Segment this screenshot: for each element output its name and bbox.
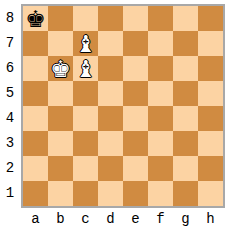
square-c7[interactable]: ♝ (73, 31, 98, 56)
square-a1[interactable] (23, 181, 48, 206)
square-c6[interactable]: ♝ (73, 56, 98, 81)
rank-labels: 87654321 (0, 6, 20, 206)
square-h3[interactable] (198, 131, 223, 156)
square-b2[interactable] (48, 156, 73, 181)
square-a3[interactable] (23, 131, 48, 156)
rank-label-6: 6 (0, 56, 20, 81)
square-e5[interactable] (123, 81, 148, 106)
square-a8[interactable]: ♚ (23, 6, 48, 31)
square-g8[interactable] (173, 6, 198, 31)
square-b6[interactable]: ♚ (48, 56, 73, 81)
file-label-g: g (173, 208, 198, 230)
file-label-d: d (98, 208, 123, 230)
square-g7[interactable] (173, 31, 198, 56)
rank-label-5: 5 (0, 81, 20, 106)
rank-label-1: 1 (0, 181, 20, 206)
square-h5[interactable] (198, 81, 223, 106)
file-label-h: h (198, 208, 223, 230)
square-c4[interactable] (73, 106, 98, 131)
square-b1[interactable] (48, 181, 73, 206)
square-a2[interactable] (23, 156, 48, 181)
rank-label-2: 2 (0, 156, 20, 181)
square-f3[interactable] (148, 131, 173, 156)
file-label-a: a (23, 208, 48, 230)
square-g3[interactable] (173, 131, 198, 156)
square-d7[interactable] (98, 31, 123, 56)
square-e4[interactable] (123, 106, 148, 131)
square-g1[interactable] (173, 181, 198, 206)
square-f4[interactable] (148, 106, 173, 131)
square-d2[interactable] (98, 156, 123, 181)
file-label-e: e (123, 208, 148, 230)
file-label-f: f (148, 208, 173, 230)
piece-white-bishop-c6[interactable]: ♝ (73, 56, 98, 81)
square-a5[interactable] (23, 81, 48, 106)
chess-diagram: 87654321 ♚♝♚♝ abcdefgh (0, 0, 229, 232)
square-e6[interactable] (123, 56, 148, 81)
square-f6[interactable] (148, 56, 173, 81)
square-e2[interactable] (123, 156, 148, 181)
rank-label-8: 8 (0, 6, 20, 31)
rank-label-4: 4 (0, 106, 20, 131)
rank-label-3: 3 (0, 131, 20, 156)
piece-black-king-a8[interactable]: ♚ (23, 6, 48, 31)
square-f7[interactable] (148, 31, 173, 56)
square-b4[interactable] (48, 106, 73, 131)
square-d4[interactable] (98, 106, 123, 131)
square-c8[interactable] (73, 6, 98, 31)
square-e7[interactable] (123, 31, 148, 56)
square-h4[interactable] (198, 106, 223, 131)
square-e8[interactable] (123, 6, 148, 31)
square-h8[interactable] (198, 6, 223, 31)
file-labels: abcdefgh (23, 208, 223, 230)
square-h1[interactable] (198, 181, 223, 206)
square-f1[interactable] (148, 181, 173, 206)
file-label-c: c (73, 208, 98, 230)
square-g5[interactable] (173, 81, 198, 106)
square-a6[interactable] (23, 56, 48, 81)
square-b8[interactable] (48, 6, 73, 31)
square-h2[interactable] (198, 156, 223, 181)
square-e1[interactable] (123, 181, 148, 206)
square-c3[interactable] (73, 131, 98, 156)
rank-label-7: 7 (0, 31, 20, 56)
square-h6[interactable] (198, 56, 223, 81)
square-a7[interactable] (23, 31, 48, 56)
square-b5[interactable] (48, 81, 73, 106)
square-g6[interactable] (173, 56, 198, 81)
square-c2[interactable] (73, 156, 98, 181)
square-b7[interactable] (48, 31, 73, 56)
square-d6[interactable] (98, 56, 123, 81)
square-e3[interactable] (123, 131, 148, 156)
square-b3[interactable] (48, 131, 73, 156)
chess-board: ♚♝♚♝ (21, 4, 225, 208)
square-d1[interactable] (98, 181, 123, 206)
square-h7[interactable] (198, 31, 223, 56)
square-f5[interactable] (148, 81, 173, 106)
square-g4[interactable] (173, 106, 198, 131)
square-f2[interactable] (148, 156, 173, 181)
square-d3[interactable] (98, 131, 123, 156)
square-f8[interactable] (148, 6, 173, 31)
square-c1[interactable] (73, 181, 98, 206)
piece-white-king-b6[interactable]: ♚ (48, 56, 73, 81)
square-c5[interactable] (73, 81, 98, 106)
square-d5[interactable] (98, 81, 123, 106)
piece-white-bishop-c7[interactable]: ♝ (73, 31, 98, 56)
square-d8[interactable] (98, 6, 123, 31)
square-g2[interactable] (173, 156, 198, 181)
file-label-b: b (48, 208, 73, 230)
square-a4[interactable] (23, 106, 48, 131)
